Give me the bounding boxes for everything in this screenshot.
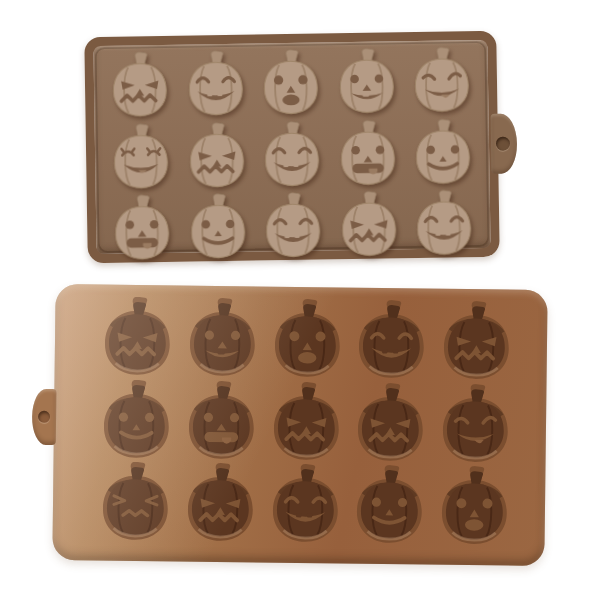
pumpkin-grid: [103, 44, 480, 250]
pumpkin-grid: [97, 297, 516, 548]
pumpkin-cavity-r1c4-grin: [330, 45, 403, 118]
pumpkin-cavity-r1c2-grin: [183, 298, 261, 380]
pumpkin-cavity-r3c4-angry: [332, 188, 405, 261]
pumpkin-cavity-r2c4-tongue: [331, 117, 404, 190]
pumpkin-cavity-r3c2-smile: [181, 191, 254, 264]
pumpkin-cavity-r3c2-angry: [181, 463, 259, 545]
product-photo-stage: [0, 0, 600, 600]
pumpkin-cavity-r1c5-wink: [406, 44, 479, 117]
hanging-hole: [496, 137, 510, 151]
pumpkin-cavity-r3c1-tongue: [106, 192, 179, 265]
pumpkin-cavity-r2c5-wink: [437, 383, 515, 465]
pumpkin-cavity-r1c4-happy: [353, 300, 431, 382]
pumpkin-cavity-r1c2-happy: [179, 48, 252, 121]
pumpkin-cavity-r3c1-squint: [97, 462, 175, 544]
hanging-tab: [491, 113, 518, 173]
pumpkin-mold-tan-raised: [84, 31, 499, 263]
pumpkin-cavity-r2c2-angry: [180, 119, 253, 192]
pumpkin-cavity-r3c3-happy: [266, 464, 344, 546]
pumpkin-cavity-r1c1-angry: [103, 49, 176, 122]
pumpkin-cavity-r2c1-smile: [98, 379, 176, 461]
hanging-hole: [38, 411, 50, 423]
pumpkin-cavity-r2c1-lash: [105, 120, 178, 193]
pumpkin-cavity-r2c3-angry: [267, 381, 345, 463]
pumpkin-cavity-r1c3-shock: [255, 46, 328, 119]
pumpkin-cavity-r3c5-happy: [408, 187, 481, 260]
pumpkin-cavity-r2c5-smile: [407, 116, 480, 189]
pumpkin-cavity-r3c3-happy: [257, 190, 330, 263]
pumpkin-cavity-r2c4-angry: [352, 382, 430, 464]
pumpkin-cavity-r1c5-angry: [438, 301, 516, 383]
pumpkin-cavity-r3c4-smile: [351, 465, 429, 547]
pumpkin-mold-brown-cavity: [52, 284, 547, 566]
pumpkin-cavity-r3c5-shock: [436, 466, 514, 548]
hanging-tab: [32, 389, 57, 445]
pumpkin-cavity-r2c3-happy: [256, 118, 329, 191]
pumpkin-cavity-r1c3-shock: [268, 299, 346, 381]
pumpkin-cavity-r2c2-tongue: [182, 380, 260, 462]
pumpkin-cavity-r1c1-angry: [99, 297, 177, 379]
